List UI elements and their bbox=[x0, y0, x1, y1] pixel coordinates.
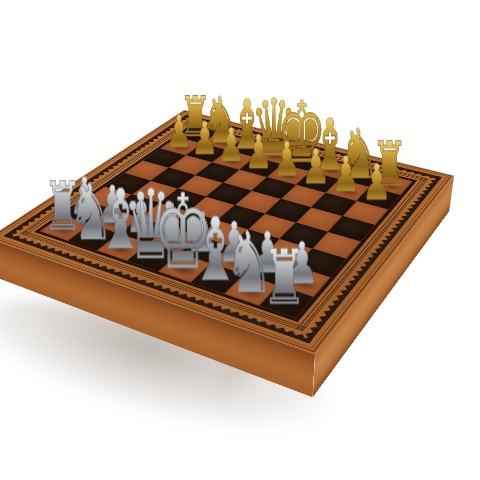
piece-black-pawn[interactable]: ♟ bbox=[338, 158, 416, 208]
piece-white-rook[interactable]: ♜ bbox=[237, 239, 331, 315]
product-photo: ♜♞♝♛♚♝♞♜♟♟♟♟♟♟♟♟♟♟♟♟♟♟♟♟♜♞♝♛♚♝♞♜ bbox=[0, 0, 480, 480]
square-h1[interactable]: ♜ bbox=[259, 285, 313, 318]
